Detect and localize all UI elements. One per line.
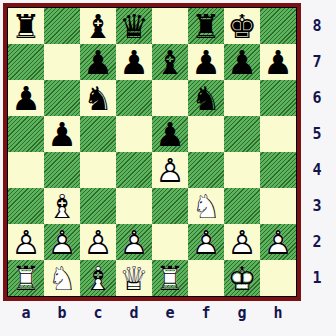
square-c8[interactable]: ♝ <box>80 8 116 44</box>
square-d3[interactable] <box>116 188 152 224</box>
chess-board-frame: ♜♝♛♜♚♟♟♝♟♟♟♟♞♞♟♟♟♙♝♗♞♘♟♙♟♙♟♙♟♙♟♙♟♙♟♙♜♖♞♘… <box>3 3 301 301</box>
square-b3[interactable]: ♝♗ <box>44 188 80 224</box>
square-h2[interactable]: ♟♙ <box>260 224 296 260</box>
white-pawn: ♙ <box>260 224 296 260</box>
square-h6[interactable] <box>260 80 296 116</box>
white-bishop-fill: ♝ <box>44 188 80 224</box>
white-pawn: ♙ <box>44 224 80 260</box>
black-rook: ♜ <box>188 8 224 44</box>
file-label-e: e <box>152 304 188 322</box>
black-pawn: ♟ <box>224 44 260 80</box>
white-king: ♔ <box>224 260 260 296</box>
square-f7[interactable]: ♟ <box>188 44 224 80</box>
rank-label-4: 4 <box>304 152 330 188</box>
square-g7[interactable]: ♟ <box>224 44 260 80</box>
white-rook: ♖ <box>8 260 44 296</box>
rank-label-6: 6 <box>304 80 330 116</box>
square-e4[interactable]: ♟♙ <box>152 152 188 188</box>
file-label-d: d <box>116 304 152 322</box>
square-e3[interactable] <box>152 188 188 224</box>
square-d7[interactable]: ♟ <box>116 44 152 80</box>
square-c4[interactable] <box>80 152 116 188</box>
square-b7[interactable] <box>44 44 80 80</box>
square-d4[interactable] <box>116 152 152 188</box>
white-king-fill: ♚ <box>224 260 260 296</box>
square-b4[interactable] <box>44 152 80 188</box>
square-a6[interactable]: ♟ <box>8 80 44 116</box>
square-e1[interactable]: ♜♖ <box>152 260 188 296</box>
white-pawn-fill: ♟ <box>224 224 260 260</box>
black-pawn: ♟ <box>188 44 224 80</box>
white-pawn-fill: ♟ <box>188 224 224 260</box>
square-f5[interactable] <box>188 116 224 152</box>
rank-label-1: 1 <box>304 260 330 296</box>
square-e8[interactable] <box>152 8 188 44</box>
white-pawn: ♙ <box>188 224 224 260</box>
rank-label-7: 7 <box>304 44 330 80</box>
rank-label-5: 5 <box>304 116 330 152</box>
file-label-h: h <box>260 304 296 322</box>
square-c6[interactable]: ♞ <box>80 80 116 116</box>
black-king: ♚ <box>224 8 260 44</box>
square-h7[interactable]: ♟ <box>260 44 296 80</box>
square-h8[interactable] <box>260 8 296 44</box>
square-d2[interactable]: ♟♙ <box>116 224 152 260</box>
white-pawn-fill: ♟ <box>80 224 116 260</box>
black-pawn: ♟ <box>152 116 188 152</box>
square-a8[interactable]: ♜ <box>8 8 44 44</box>
square-g2[interactable]: ♟♙ <box>224 224 260 260</box>
chess-board: ♜♝♛♜♚♟♟♝♟♟♟♟♞♞♟♟♟♙♝♗♞♘♟♙♟♙♟♙♟♙♟♙♟♙♟♙♜♖♞♘… <box>7 7 297 297</box>
white-pawn: ♙ <box>224 224 260 260</box>
black-bishop: ♝ <box>152 44 188 80</box>
white-queen: ♕ <box>116 260 152 296</box>
white-bishop: ♗ <box>80 260 116 296</box>
square-e5[interactable]: ♟ <box>152 116 188 152</box>
white-rook-fill: ♜ <box>8 260 44 296</box>
square-d5[interactable] <box>116 116 152 152</box>
white-knight-fill: ♞ <box>188 188 224 224</box>
black-queen: ♛ <box>116 8 152 44</box>
white-knight: ♘ <box>188 188 224 224</box>
square-f6[interactable]: ♞ <box>188 80 224 116</box>
square-f2[interactable]: ♟♙ <box>188 224 224 260</box>
square-f8[interactable]: ♜ <box>188 8 224 44</box>
file-labels: abcdefgh <box>8 304 296 322</box>
square-b1[interactable]: ♞♘ <box>44 260 80 296</box>
rank-label-8: 8 <box>304 8 330 44</box>
white-pawn: ♙ <box>116 224 152 260</box>
rank-label-2: 2 <box>304 224 330 260</box>
white-knight-fill: ♞ <box>44 260 80 296</box>
black-bishop: ♝ <box>80 8 116 44</box>
square-d6[interactable] <box>116 80 152 116</box>
square-e6[interactable] <box>152 80 188 116</box>
square-c5[interactable] <box>80 116 116 152</box>
square-b8[interactable] <box>44 8 80 44</box>
square-b5[interactable]: ♟ <box>44 116 80 152</box>
white-queen-fill: ♛ <box>116 260 152 296</box>
square-g8[interactable]: ♚ <box>224 8 260 44</box>
square-h4[interactable] <box>260 152 296 188</box>
square-b2[interactable]: ♟♙ <box>44 224 80 260</box>
square-d1[interactable]: ♛♕ <box>116 260 152 296</box>
square-b6[interactable] <box>44 80 80 116</box>
white-bishop-fill: ♝ <box>80 260 116 296</box>
square-a3[interactable] <box>8 188 44 224</box>
square-g5[interactable] <box>224 116 260 152</box>
square-f4[interactable] <box>188 152 224 188</box>
square-h5[interactable] <box>260 116 296 152</box>
file-label-f: f <box>188 304 224 322</box>
square-c3[interactable] <box>80 188 116 224</box>
black-pawn: ♟ <box>8 80 44 116</box>
white-bishop: ♗ <box>44 188 80 224</box>
square-g6[interactable] <box>224 80 260 116</box>
white-rook-fill: ♜ <box>152 260 188 296</box>
black-pawn: ♟ <box>44 116 80 152</box>
square-c7[interactable]: ♟ <box>80 44 116 80</box>
square-a1[interactable]: ♜♖ <box>8 260 44 296</box>
white-pawn: ♙ <box>152 152 188 188</box>
white-pawn: ♙ <box>80 224 116 260</box>
white-knight: ♘ <box>44 260 80 296</box>
square-c1[interactable]: ♝♗ <box>80 260 116 296</box>
white-rook: ♖ <box>152 260 188 296</box>
white-pawn-fill: ♟ <box>116 224 152 260</box>
square-a4[interactable] <box>8 152 44 188</box>
square-h1[interactable] <box>260 260 296 296</box>
file-label-c: c <box>80 304 116 322</box>
white-pawn: ♙ <box>8 224 44 260</box>
white-pawn-fill: ♟ <box>44 224 80 260</box>
square-c2[interactable]: ♟♙ <box>80 224 116 260</box>
square-d8[interactable]: ♛ <box>116 8 152 44</box>
black-rook: ♜ <box>8 8 44 44</box>
square-f3[interactable]: ♞♘ <box>188 188 224 224</box>
file-label-b: b <box>44 304 80 322</box>
black-knight: ♞ <box>80 80 116 116</box>
square-a2[interactable]: ♟♙ <box>8 224 44 260</box>
rank-labels: 87654321 <box>304 8 330 296</box>
square-g3[interactable] <box>224 188 260 224</box>
black-knight: ♞ <box>188 80 224 116</box>
white-pawn-fill: ♟ <box>260 224 296 260</box>
file-label-a: a <box>8 304 44 322</box>
file-label-g: g <box>224 304 260 322</box>
white-pawn-fill: ♟ <box>8 224 44 260</box>
square-g4[interactable] <box>224 152 260 188</box>
square-e2[interactable] <box>152 224 188 260</box>
square-g1[interactable]: ♚♔ <box>224 260 260 296</box>
black-pawn: ♟ <box>260 44 296 80</box>
black-pawn: ♟ <box>80 44 116 80</box>
square-f1[interactable] <box>188 260 224 296</box>
square-e7[interactable]: ♝ <box>152 44 188 80</box>
black-pawn: ♟ <box>116 44 152 80</box>
rank-label-3: 3 <box>304 188 330 224</box>
square-a5[interactable] <box>8 116 44 152</box>
square-h3[interactable] <box>260 188 296 224</box>
white-pawn-fill: ♟ <box>152 152 188 188</box>
square-a7[interactable] <box>8 44 44 80</box>
